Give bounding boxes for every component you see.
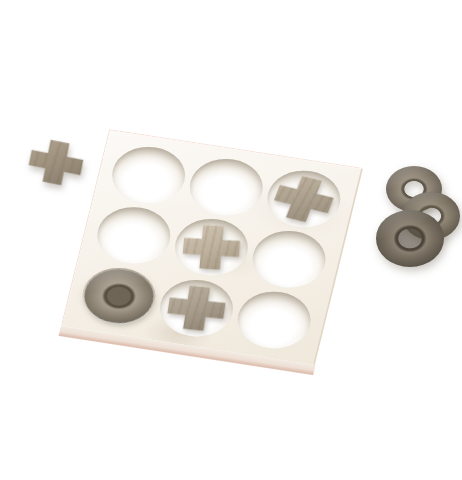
x-piece[interactable] [163, 282, 230, 334]
cell-middle-left[interactable] [87, 199, 180, 272]
board-surface [62, 130, 363, 365]
cell-top-left[interactable] [102, 139, 195, 212]
unplaced-x-stack [8, 140, 100, 224]
cell-bottom-left[interactable] [72, 260, 165, 333]
x-piece[interactable] [179, 223, 243, 273]
tic-tac-toe-board [62, 130, 363, 365]
recess-center [169, 214, 254, 280]
cell-top-right[interactable] [258, 163, 351, 236]
recess-middle-right [247, 226, 332, 292]
x-piece[interactable] [267, 170, 342, 229]
recess-bottom-right [232, 287, 317, 353]
recess-bottom-center [154, 275, 239, 341]
o-piece[interactable] [376, 210, 444, 267]
cell-top-center[interactable] [180, 151, 273, 224]
unplaced-o-stack [374, 166, 462, 270]
recess-top-center [184, 154, 269, 220]
product-photo-scene [0, 0, 462, 480]
cell-center[interactable] [165, 211, 258, 284]
recess-top-left [106, 142, 191, 208]
recess-middle-left [91, 202, 176, 268]
recess-top-right [262, 166, 347, 232]
cell-middle-right[interactable] [243, 223, 336, 296]
o-piece[interactable] [78, 265, 159, 328]
recess-bottom-left [76, 263, 161, 329]
cell-bottom-right[interactable] [228, 284, 321, 357]
cell-bottom-center[interactable] [150, 272, 243, 345]
